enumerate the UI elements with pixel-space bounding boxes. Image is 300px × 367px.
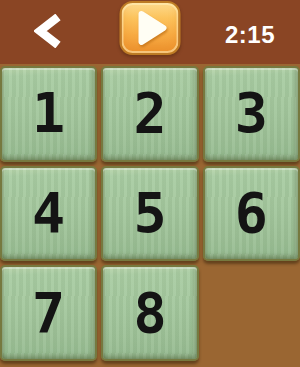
tile-8[interactable]: 8 bbox=[101, 265, 198, 361]
play-button[interactable] bbox=[120, 1, 181, 55]
tile-7[interactable]: 7 bbox=[0, 265, 97, 361]
chevron-left-icon bbox=[34, 14, 62, 48]
back-button[interactable] bbox=[34, 14, 62, 48]
game-screen: 2:15 12345678 bbox=[0, 0, 300, 367]
tile-6[interactable]: 6 bbox=[203, 166, 300, 262]
tile-number: 7 bbox=[32, 286, 65, 341]
tile-2[interactable]: 2 bbox=[101, 66, 198, 162]
tile-number: 3 bbox=[235, 86, 268, 141]
tile-number: 2 bbox=[133, 86, 166, 141]
tile-number: 6 bbox=[235, 186, 268, 241]
tile-number: 1 bbox=[32, 86, 65, 141]
tile-1[interactable]: 1 bbox=[0, 66, 97, 162]
play-triangle-icon bbox=[133, 9, 168, 47]
empty-cell bbox=[203, 265, 300, 361]
timer-text: 2:15 bbox=[225, 21, 275, 49]
puzzle-board: 12345678 bbox=[0, 64, 300, 367]
tile-number: 5 bbox=[133, 186, 166, 241]
tile-number: 8 bbox=[133, 286, 166, 341]
tile-3[interactable]: 3 bbox=[203, 66, 300, 162]
tile-number: 4 bbox=[32, 186, 65, 241]
top-bar: 2:15 bbox=[0, 0, 300, 64]
tile-5[interactable]: 5 bbox=[101, 166, 198, 262]
tile-4[interactable]: 4 bbox=[0, 166, 97, 262]
